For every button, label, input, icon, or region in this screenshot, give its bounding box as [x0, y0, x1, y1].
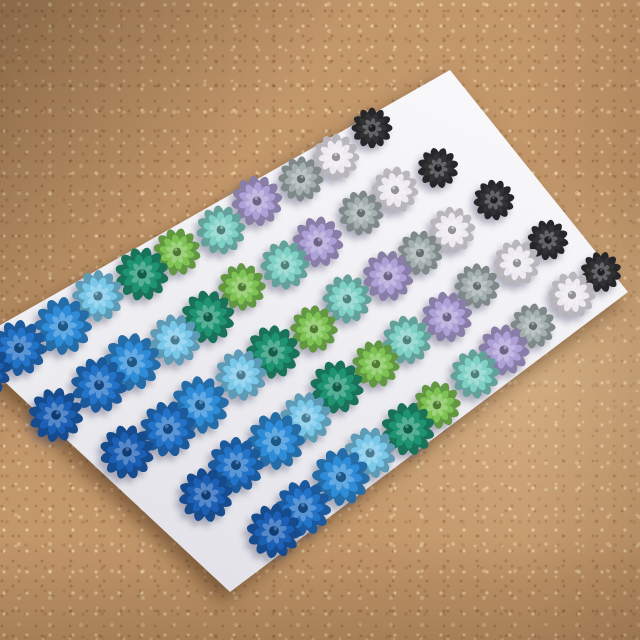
flower-grid: [0, 0, 640, 640]
flower-deep-blue-r11c4: [177, 467, 234, 524]
flower-black-r1c2: [417, 146, 460, 189]
flower-deep-blue-r11c2: [28, 386, 85, 443]
flower-deep-blue-r11c5: [246, 503, 303, 560]
flower-deep-blue-r11c3: [99, 423, 156, 480]
flower-deep-blue-r11c1: [0, 342, 12, 399]
flower-black-r1c3: [472, 179, 515, 222]
photo-flower-cabochons: [0, 0, 640, 640]
flower-aqua-r5c1: [196, 204, 248, 256]
flower-silver-gray-r3c1: [277, 155, 324, 202]
